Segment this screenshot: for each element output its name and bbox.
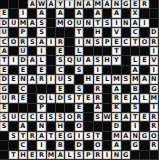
cell-r16c11[interactable]: I	[103, 151, 112, 160]
cell-r10c0[interactable]: U	[0, 94, 9, 103]
cell-r6c1[interactable]: I	[9, 56, 18, 65]
cell-r5c0[interactable]: A	[0, 47, 9, 56]
cell-r5c4[interactable]: I	[37, 47, 46, 56]
cell-r6c2[interactable]: D	[19, 56, 28, 65]
cell-r13c12[interactable]: D	[112, 122, 121, 131]
cell-r2c12[interactable]: I	[112, 19, 121, 28]
cell-r4c13[interactable]: C	[122, 38, 131, 47]
cell-letter: U	[76, 58, 81, 64]
cell-letter: M	[20, 20, 26, 27]
cell-letter: L	[105, 76, 109, 83]
cell-letter: E	[58, 133, 62, 140]
cell-letter: G	[123, 152, 128, 159]
cell-r6c11[interactable]: H	[103, 56, 112, 65]
cell-r8c11[interactable]: L	[103, 75, 112, 84]
cell-r8c6[interactable]: U	[56, 75, 65, 84]
cell-r14c10[interactable]: T	[94, 132, 103, 141]
cell-r7c10[interactable]: I	[94, 66, 103, 75]
cell-letter: E	[86, 95, 90, 102]
cell-r12c12[interactable]: E	[112, 113, 121, 122]
cell-r15c8[interactable]: D	[75, 141, 84, 150]
cell-letter: V	[151, 58, 156, 64]
cell-r3c8[interactable]: T	[75, 28, 84, 37]
cell-r0c3[interactable]: A	[28, 0, 37, 9]
cell-letter: S	[58, 114, 63, 121]
cell-r6c0[interactable]: T	[0, 56, 9, 65]
cell-letter: E	[58, 48, 62, 55]
cell-r0c12[interactable]: N	[112, 0, 121, 9]
cell-r2c5	[47, 19, 56, 28]
cell-r15c12[interactable]: A	[112, 141, 121, 150]
cell-letter: R	[39, 152, 44, 159]
cell-letter: S	[58, 58, 63, 64]
cell-r6c15[interactable]: E	[140, 56, 149, 65]
cell-r14c1[interactable]: S	[9, 132, 18, 141]
cell-r4c8[interactable]: I	[75, 38, 84, 47]
cell-r4c1[interactable]: O	[9, 38, 18, 47]
cell-letter: A	[2, 48, 7, 55]
cell-r12c2[interactable]: C	[19, 113, 28, 122]
cell-r14c4[interactable]: A	[37, 132, 46, 141]
cell-letter: A	[30, 1, 35, 8]
cell-r5c15	[140, 47, 149, 56]
cell-r4c5[interactable]: I	[47, 38, 56, 47]
cell-letter: I	[12, 58, 14, 64]
cell-r10c16[interactable]: M	[150, 94, 159, 103]
cell-r13c4[interactable]: N	[37, 122, 46, 131]
cell-r7c5	[47, 66, 56, 75]
cell-r9c2[interactable]: C	[19, 85, 28, 94]
cell-r16c5[interactable]: M	[47, 151, 56, 160]
cell-r1c0[interactable]: E	[0, 9, 9, 18]
cell-r0c0	[0, 0, 9, 9]
cell-r16c3[interactable]: E	[28, 151, 37, 160]
cell-r3c12[interactable]: V	[112, 28, 121, 37]
cell-r10c10[interactable]: R	[94, 94, 103, 103]
cell-r5c16[interactable]: I	[150, 47, 159, 56]
cell-letter: Y	[114, 58, 119, 64]
cell-r8c7[interactable]: S	[65, 75, 74, 84]
cell-letter: U	[11, 20, 16, 27]
cell-r12c1[interactable]: U	[9, 113, 18, 122]
cell-r10c8[interactable]: T	[75, 94, 84, 103]
cell-r16c6[interactable]: A	[56, 151, 65, 160]
cell-r16c2[interactable]: H	[19, 151, 28, 160]
cell-r1c14[interactable]: X	[131, 9, 140, 18]
cell-r13c5	[47, 122, 56, 131]
cell-r11c5	[47, 104, 56, 113]
cell-r6c7[interactable]: Q	[65, 56, 74, 65]
cell-letter: A	[39, 11, 44, 18]
cell-letter: R	[151, 123, 156, 130]
cell-r12c10[interactable]: S	[94, 113, 103, 122]
cell-r1c10[interactable]: A	[94, 9, 103, 18]
cell-letter: C	[20, 114, 25, 121]
cell-r8c4[interactable]: R	[37, 75, 46, 84]
cell-r15c10[interactable]: O	[94, 141, 103, 150]
cell-r16c12[interactable]: N	[112, 151, 121, 160]
cell-r9c11	[103, 85, 112, 94]
cell-letter: G	[123, 1, 128, 8]
cell-r6c6[interactable]: S	[56, 56, 65, 65]
cell-r16c16	[150, 151, 159, 160]
cell-r16c8[interactable]: S	[75, 151, 84, 160]
cell-r9c10[interactable]: R	[94, 85, 103, 94]
cell-r4c12[interactable]: E	[112, 38, 121, 47]
cell-r3c16[interactable]: D	[150, 28, 159, 37]
cell-r4c10[interactable]: S	[94, 38, 103, 47]
cell-r5c6[interactable]: E	[56, 47, 65, 56]
cell-r2c0[interactable]: D	[0, 19, 9, 28]
cell-r6c8[interactable]: U	[75, 56, 84, 65]
cell-r8c15[interactable]: A	[140, 75, 149, 84]
cell-r15c2[interactable]: C	[19, 141, 28, 150]
cell-r2c13[interactable]: N	[122, 19, 131, 28]
cell-letter: T	[77, 29, 81, 36]
cell-r14c0	[0, 132, 9, 141]
cell-letter: R	[20, 39, 25, 46]
cell-letter: T	[95, 20, 99, 27]
cell-letter: R	[11, 95, 16, 102]
cell-letter: S	[123, 76, 128, 83]
cell-r14c6[interactable]: E	[56, 132, 65, 141]
cell-r3c5	[47, 28, 56, 37]
cell-r3c14[interactable]: C	[131, 28, 140, 37]
cell-r16c0	[0, 151, 9, 160]
cell-r14c16[interactable]: O	[150, 132, 159, 141]
cell-r10c15[interactable]: L	[140, 94, 149, 103]
cell-r7c13	[122, 66, 131, 75]
cell-r11c15	[140, 104, 149, 113]
cell-r6c10[interactable]: S	[94, 56, 103, 65]
cell-r1c6[interactable]: A	[56, 9, 65, 18]
cell-letter: A	[123, 133, 128, 140]
cell-r2c14[interactable]: A	[131, 19, 140, 28]
cell-r12c14[interactable]: T	[131, 113, 140, 122]
cell-r0c8[interactable]: N	[75, 0, 84, 9]
cell-r9c4	[37, 85, 46, 94]
cell-r10c13[interactable]: E	[122, 94, 131, 103]
cell-letter: P	[39, 105, 44, 112]
cell-r6c4[interactable]: L	[37, 56, 46, 65]
cell-r12c7[interactable]: O	[65, 113, 74, 122]
cell-r13c6[interactable]: H	[56, 122, 65, 131]
cell-r13c8[interactable]: O	[75, 122, 84, 131]
cell-letter: P	[105, 39, 110, 46]
cell-r14c9[interactable]: S	[84, 132, 93, 141]
cell-r16c1[interactable]: T	[9, 151, 18, 160]
cell-r9c3	[28, 85, 37, 94]
cell-r0c13[interactable]: G	[122, 0, 131, 9]
cell-r7c1	[9, 66, 18, 75]
cell-letter: E	[11, 76, 15, 83]
cell-letter: S	[77, 152, 82, 159]
cell-r6c5	[47, 56, 56, 65]
cell-r11c16[interactable]: I	[150, 104, 159, 113]
cell-r3c0[interactable]: U	[0, 28, 9, 37]
cell-r7c4[interactable]: E	[37, 66, 46, 75]
cell-r11c9	[84, 104, 93, 113]
cell-letter: O	[142, 39, 148, 46]
cell-letter: H	[95, 29, 100, 36]
cell-r13c13	[122, 122, 131, 131]
cell-r2c4[interactable]: S	[37, 19, 46, 28]
cell-letter: R	[151, 114, 156, 121]
cell-r15c16[interactable]: R	[150, 141, 159, 150]
cell-letter: M	[132, 76, 138, 83]
cell-letter: R	[142, 1, 147, 8]
cell-r0c4[interactable]: W	[37, 0, 46, 9]
cell-letter: A	[58, 11, 63, 18]
cell-letter: C	[30, 114, 35, 121]
cell-r16c4[interactable]: R	[37, 151, 46, 160]
cell-r5c1	[9, 47, 18, 56]
cell-r8c0[interactable]: D	[0, 75, 9, 84]
cell-letter: I	[153, 67, 155, 74]
cell-letter: I	[134, 123, 136, 130]
cell-r3c10[interactable]: H	[94, 28, 103, 37]
cell-r0c14[interactable]: E	[131, 0, 140, 9]
cell-r13c14[interactable]: I	[131, 122, 140, 131]
cell-r6c16[interactable]: V	[150, 56, 159, 65]
cell-r15c4[interactable]: I	[37, 141, 46, 150]
cell-letter: R	[95, 95, 100, 102]
cell-r5c13	[122, 47, 131, 56]
cell-r9c16[interactable]: G	[150, 85, 159, 94]
cell-letter: A	[30, 76, 35, 83]
cell-r4c2[interactable]: R	[19, 38, 28, 47]
cell-r1c2[interactable]: I	[19, 9, 28, 18]
cell-r4c15[interactable]: O	[140, 38, 149, 47]
cell-r7c11	[103, 66, 112, 75]
cell-r2c7[interactable]: O	[65, 19, 74, 28]
cell-letter: I	[78, 39, 80, 46]
cell-r4c6[interactable]: R	[56, 38, 65, 47]
cell-r4c9[interactable]: N	[84, 38, 93, 47]
cell-r8c5[interactable]: I	[47, 75, 56, 84]
cell-r8c16[interactable]: N	[150, 75, 159, 84]
cell-r2c15[interactable]: I	[140, 19, 149, 28]
cell-r5c9	[84, 47, 93, 56]
cell-r14c14[interactable]: N	[131, 132, 140, 141]
cell-r11c14[interactable]: S	[131, 104, 140, 113]
cell-r1c12[interactable]: A	[112, 9, 121, 18]
cell-r4c3[interactable]: S	[28, 38, 37, 47]
cell-letter: S	[105, 20, 110, 27]
cell-r2c10[interactable]: T	[94, 19, 103, 28]
cell-r8c13[interactable]: S	[122, 75, 131, 84]
cell-letter: X	[133, 11, 138, 18]
cell-letter: L	[142, 95, 146, 102]
cell-r11c8[interactable]: E	[75, 104, 84, 113]
cell-r1c9	[84, 9, 93, 18]
cell-letter: B	[58, 142, 63, 149]
cell-r3c4[interactable]: S	[37, 28, 46, 37]
cell-r14c7[interactable]: G	[65, 132, 74, 141]
cell-r15c6[interactable]: B	[56, 141, 65, 150]
cell-r11c0[interactable]: E	[0, 104, 9, 113]
cell-letter: I	[40, 48, 42, 55]
cell-r7c0[interactable]: E	[0, 66, 9, 75]
cell-r12c0[interactable]: S	[0, 113, 9, 122]
cell-r1c4[interactable]: A	[37, 9, 46, 18]
cell-r10c1[interactable]: R	[9, 94, 18, 103]
cell-r13c16[interactable]: R	[150, 122, 159, 131]
cell-r2c9[interactable]: N	[84, 19, 93, 28]
cell-r10c9[interactable]: E	[84, 94, 93, 103]
cell-r10c7[interactable]: S	[65, 94, 74, 103]
cell-r12c3[interactable]: C	[28, 113, 37, 122]
cell-r12c11[interactable]: W	[103, 113, 112, 122]
cell-letter: S	[67, 76, 72, 83]
cell-letter: R	[95, 152, 100, 159]
cell-letter: D	[114, 123, 119, 130]
cell-r12c15[interactable]: E	[140, 113, 149, 122]
cell-r10c14[interactable]: A	[131, 94, 140, 103]
cell-r9c14[interactable]: B	[131, 85, 140, 94]
cell-r0c10[interactable]: M	[94, 0, 103, 9]
cell-r8c10[interactable]: E	[94, 75, 103, 84]
cell-letter: A	[39, 39, 44, 46]
cell-r14c8[interactable]: I	[75, 132, 84, 141]
cell-r9c6[interactable]: E	[56, 85, 65, 94]
cell-r12c6[interactable]: S	[56, 113, 65, 122]
cell-r4c16[interactable]: R	[150, 38, 159, 47]
cell-r16c15	[140, 151, 149, 160]
cell-r12c5[interactable]: S	[47, 113, 56, 122]
cell-r14c12[interactable]: M	[112, 132, 121, 141]
cell-r5c14	[131, 47, 140, 56]
cell-r2c6[interactable]: M	[56, 19, 65, 28]
cell-r2c1[interactable]: U	[9, 19, 18, 28]
cell-r14c3[interactable]: R	[28, 132, 37, 141]
cell-r11c10[interactable]: A	[94, 104, 103, 113]
cell-r16c13[interactable]: G	[122, 151, 131, 160]
cell-r0c15[interactable]: R	[140, 0, 149, 9]
cell-r0c1	[9, 0, 18, 9]
cell-r10c12[interactable]: R	[112, 94, 121, 103]
cell-r12c8[interactable]: R	[75, 113, 84, 122]
cell-r1c8[interactable]: A	[75, 9, 84, 18]
cell-r5c12[interactable]: T	[112, 47, 121, 56]
cell-r5c2[interactable]: U	[19, 47, 28, 56]
cell-r8c8	[75, 75, 84, 84]
cell-letter: N	[132, 133, 137, 140]
cell-letter: A	[114, 142, 119, 149]
cell-r14c2[interactable]: T	[19, 132, 28, 141]
cell-r6c12[interactable]: Y	[112, 56, 121, 65]
cell-r12c13[interactable]: A	[122, 113, 131, 122]
cell-r9c0[interactable]: G	[0, 85, 9, 94]
cell-r0c16	[150, 0, 159, 9]
cell-letter: S	[95, 39, 100, 46]
cell-r4c4[interactable]: A	[37, 38, 46, 47]
cell-r9c12[interactable]: A	[112, 85, 121, 94]
cell-r14c15[interactable]: G	[140, 132, 149, 141]
cell-r8c14[interactable]: M	[131, 75, 140, 84]
cell-r7c8[interactable]: S	[75, 66, 84, 75]
cell-r10c11	[103, 94, 112, 103]
cell-r5c10	[94, 47, 103, 56]
cell-letter: E	[95, 76, 99, 83]
cell-letter: K	[114, 105, 119, 112]
cell-letter: M	[94, 1, 100, 8]
cell-r4c11[interactable]: P	[103, 38, 112, 47]
cell-letter: R	[39, 76, 44, 83]
cell-r12c4[interactable]: E	[37, 113, 46, 122]
cell-r16c9[interactable]: P	[84, 151, 93, 160]
cell-r5c8[interactable]: L	[75, 47, 84, 56]
cell-r16c7[interactable]: L	[65, 151, 74, 160]
cell-r0c5[interactable]: A	[47, 0, 56, 9]
cell-r8c1[interactable]: E	[9, 75, 18, 84]
cell-letter: T	[114, 48, 118, 55]
cell-r16c10[interactable]: R	[94, 151, 103, 160]
cell-letter: C	[133, 29, 138, 36]
cell-r2c11[interactable]: S	[103, 19, 112, 28]
cell-r2c2[interactable]: M	[19, 19, 28, 28]
cell-r7c14[interactable]: A	[131, 66, 140, 75]
cell-r10c2[interactable]: E	[19, 94, 28, 103]
cell-letter: R	[151, 142, 156, 149]
cell-r0c2	[19, 0, 28, 9]
cell-letter: O	[95, 142, 101, 149]
cell-r13c2[interactable]: A	[19, 122, 28, 131]
cell-r11c4[interactable]: P	[37, 104, 46, 113]
cell-r13c0[interactable]: S	[0, 122, 9, 131]
cell-r10c5[interactable]: L	[47, 94, 56, 103]
cell-r3c2[interactable]: P	[19, 28, 28, 37]
cell-r14c13[interactable]: A	[122, 132, 131, 141]
cell-r8c12[interactable]: M	[112, 75, 121, 84]
cell-r7c2[interactable]: E	[19, 66, 28, 75]
cell-r10c4[interactable]: O	[37, 94, 46, 103]
cell-r7c16[interactable]: I	[150, 66, 159, 75]
cell-r14c5[interactable]: T	[47, 132, 56, 141]
cell-r0c9[interactable]: A	[84, 0, 93, 9]
cell-r11c3	[28, 104, 37, 113]
cell-letter: W	[103, 114, 110, 121]
cell-r0c6[interactable]: Y	[56, 0, 65, 9]
cell-letter: S	[67, 95, 72, 102]
cell-r6c9[interactable]: A	[84, 56, 93, 65]
cell-r11c12[interactable]: K	[112, 104, 121, 113]
cell-r6c3[interactable]: A	[28, 56, 37, 65]
cell-r4c14[interactable]: T	[131, 38, 140, 47]
cell-letter: I	[22, 11, 24, 18]
cell-r8c2[interactable]: N	[19, 75, 28, 84]
cell-r6c14[interactable]: L	[131, 56, 140, 65]
cell-letter: U	[11, 114, 16, 121]
cell-r2c8[interactable]: U	[75, 19, 84, 28]
cell-letter: Y	[58, 1, 63, 8]
cell-letter: T	[95, 133, 99, 140]
cell-r8c9[interactable]: H	[84, 75, 93, 84]
cell-r0c7[interactable]: I	[65, 0, 74, 9]
cell-letter: M	[48, 152, 54, 159]
cell-letter: T	[133, 114, 137, 121]
cell-r8c3[interactable]: A	[28, 75, 37, 84]
cell-r12c16[interactable]: R	[150, 113, 159, 122]
cell-r9c8[interactable]: S	[75, 85, 84, 94]
cell-letter: T	[49, 133, 53, 140]
cell-r2c3[interactable]: A	[28, 19, 37, 28]
cell-r15c14[interactable]: G	[131, 141, 140, 150]
cell-r10c6[interactable]: D	[56, 94, 65, 103]
cell-r7c6[interactable]: C	[56, 66, 65, 75]
cell-r4c0[interactable]: C	[0, 38, 9, 47]
cell-r0c11[interactable]: A	[103, 0, 112, 9]
